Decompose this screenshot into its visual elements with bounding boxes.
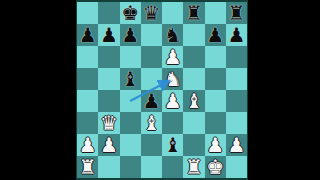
- square-e4[interactable]: ♟: [162, 90, 183, 112]
- square-h6[interactable]: [226, 46, 247, 68]
- square-h2[interactable]: ♟: [226, 134, 247, 156]
- piece-white-pawn: ♟: [100, 134, 118, 156]
- piece-white-rook: ♜: [185, 156, 203, 178]
- right-letterbox: [248, 0, 320, 180]
- square-g7[interactable]: ♟: [205, 24, 226, 46]
- square-h4[interactable]: [226, 90, 247, 112]
- square-d2[interactable]: [141, 134, 162, 156]
- square-h5[interactable]: [226, 68, 247, 90]
- square-b7[interactable]: ♟: [98, 24, 119, 46]
- square-a7[interactable]: ♟: [77, 24, 98, 46]
- piece-black-bishop: ♝: [121, 68, 139, 90]
- square-c7[interactable]: ♟: [120, 24, 141, 46]
- piece-white-pawn: ♟: [164, 90, 182, 112]
- square-f4[interactable]: ♝: [183, 90, 204, 112]
- square-b3[interactable]: ♛: [98, 112, 119, 134]
- piece-black-bishop: ♝: [164, 134, 182, 156]
- piece-white-pawn: ♟: [79, 134, 97, 156]
- square-a2[interactable]: ♟: [77, 134, 98, 156]
- piece-white-pawn: ♟: [227, 134, 245, 156]
- piece-black-king: ♚: [121, 2, 139, 24]
- piece-white-pawn: ♟: [206, 134, 224, 156]
- square-h8[interactable]: ♜: [226, 2, 247, 24]
- piece-white-pawn: ♟: [164, 46, 182, 68]
- square-a5[interactable]: [77, 68, 98, 90]
- square-e5[interactable]: ♞: [162, 68, 183, 90]
- square-g4[interactable]: [205, 90, 226, 112]
- square-d1[interactable]: [141, 156, 162, 178]
- square-a6[interactable]: [77, 46, 98, 68]
- square-d4[interactable]: ♟: [141, 90, 162, 112]
- piece-black-pawn: ♟: [79, 24, 97, 46]
- square-d6[interactable]: [141, 46, 162, 68]
- chess-board: ♚♛♜♜♟♟♟♞♟♟♟♝♞♟♟♝♛♝♟♟♝♟♟♜♜♚: [77, 2, 247, 178]
- left-letterbox: [0, 0, 76, 180]
- piece-white-king: ♚: [206, 156, 224, 178]
- square-e3[interactable]: [162, 112, 183, 134]
- square-e8[interactable]: [162, 2, 183, 24]
- piece-white-bishop: ♝: [142, 112, 160, 134]
- square-e6[interactable]: ♟: [162, 46, 183, 68]
- square-e2[interactable]: ♝: [162, 134, 183, 156]
- square-f2[interactable]: [183, 134, 204, 156]
- piece-black-pawn: ♟: [100, 24, 118, 46]
- square-g5[interactable]: [205, 68, 226, 90]
- square-c2[interactable]: [120, 134, 141, 156]
- piece-black-knight: ♞: [164, 24, 182, 46]
- square-c3[interactable]: [120, 112, 141, 134]
- square-b1[interactable]: [98, 156, 119, 178]
- square-b4[interactable]: [98, 90, 119, 112]
- square-d8[interactable]: ♛: [141, 2, 162, 24]
- square-a3[interactable]: [77, 112, 98, 134]
- square-d7[interactable]: [141, 24, 162, 46]
- piece-black-pawn: ♟: [227, 24, 245, 46]
- piece-black-rook: ♜: [227, 2, 245, 24]
- board-frame: ♚♛♜♜♟♟♟♞♟♟♟♝♞♟♟♝♛♝♟♟♝♟♟♜♜♚: [76, 0, 248, 180]
- square-h3[interactable]: [226, 112, 247, 134]
- piece-black-pawn: ♟: [121, 24, 139, 46]
- square-h7[interactable]: ♟: [226, 24, 247, 46]
- square-b8[interactable]: [98, 2, 119, 24]
- piece-black-rook: ♜: [185, 2, 203, 24]
- square-c6[interactable]: [120, 46, 141, 68]
- square-a4[interactable]: [77, 90, 98, 112]
- square-g2[interactable]: ♟: [205, 134, 226, 156]
- square-c4[interactable]: [120, 90, 141, 112]
- square-b5[interactable]: [98, 68, 119, 90]
- piece-black-pawn: ♟: [206, 24, 224, 46]
- square-f5[interactable]: [183, 68, 204, 90]
- square-b6[interactable]: [98, 46, 119, 68]
- square-g8[interactable]: [205, 2, 226, 24]
- square-e1[interactable]: [162, 156, 183, 178]
- square-g3[interactable]: [205, 112, 226, 134]
- piece-white-queen: ♛: [100, 112, 118, 134]
- square-c1[interactable]: [120, 156, 141, 178]
- square-f7[interactable]: [183, 24, 204, 46]
- square-f1[interactable]: ♜: [183, 156, 204, 178]
- square-c5[interactable]: ♝: [120, 68, 141, 90]
- square-g1[interactable]: ♚: [205, 156, 226, 178]
- square-a1[interactable]: ♜: [77, 156, 98, 178]
- square-h1[interactable]: [226, 156, 247, 178]
- piece-white-bishop: ♝: [185, 90, 203, 112]
- square-c8[interactable]: ♚: [120, 2, 141, 24]
- square-f6[interactable]: [183, 46, 204, 68]
- square-f3[interactable]: [183, 112, 204, 134]
- square-a8[interactable]: [77, 2, 98, 24]
- square-b2[interactable]: ♟: [98, 134, 119, 156]
- square-e7[interactable]: ♞: [162, 24, 183, 46]
- piece-black-queen: ♛: [142, 2, 160, 24]
- square-d5[interactable]: [141, 68, 162, 90]
- screenshot-root: ♚♛♜♜♟♟♟♞♟♟♟♝♞♟♟♝♛♝♟♟♝♟♟♜♜♚: [0, 0, 320, 180]
- square-f8[interactable]: ♜: [183, 2, 204, 24]
- piece-black-pawn: ♟: [142, 90, 160, 112]
- square-g6[interactable]: [205, 46, 226, 68]
- piece-white-knight: ♞: [164, 68, 182, 90]
- square-d3[interactable]: ♝: [141, 112, 162, 134]
- piece-white-rook: ♜: [79, 156, 97, 178]
